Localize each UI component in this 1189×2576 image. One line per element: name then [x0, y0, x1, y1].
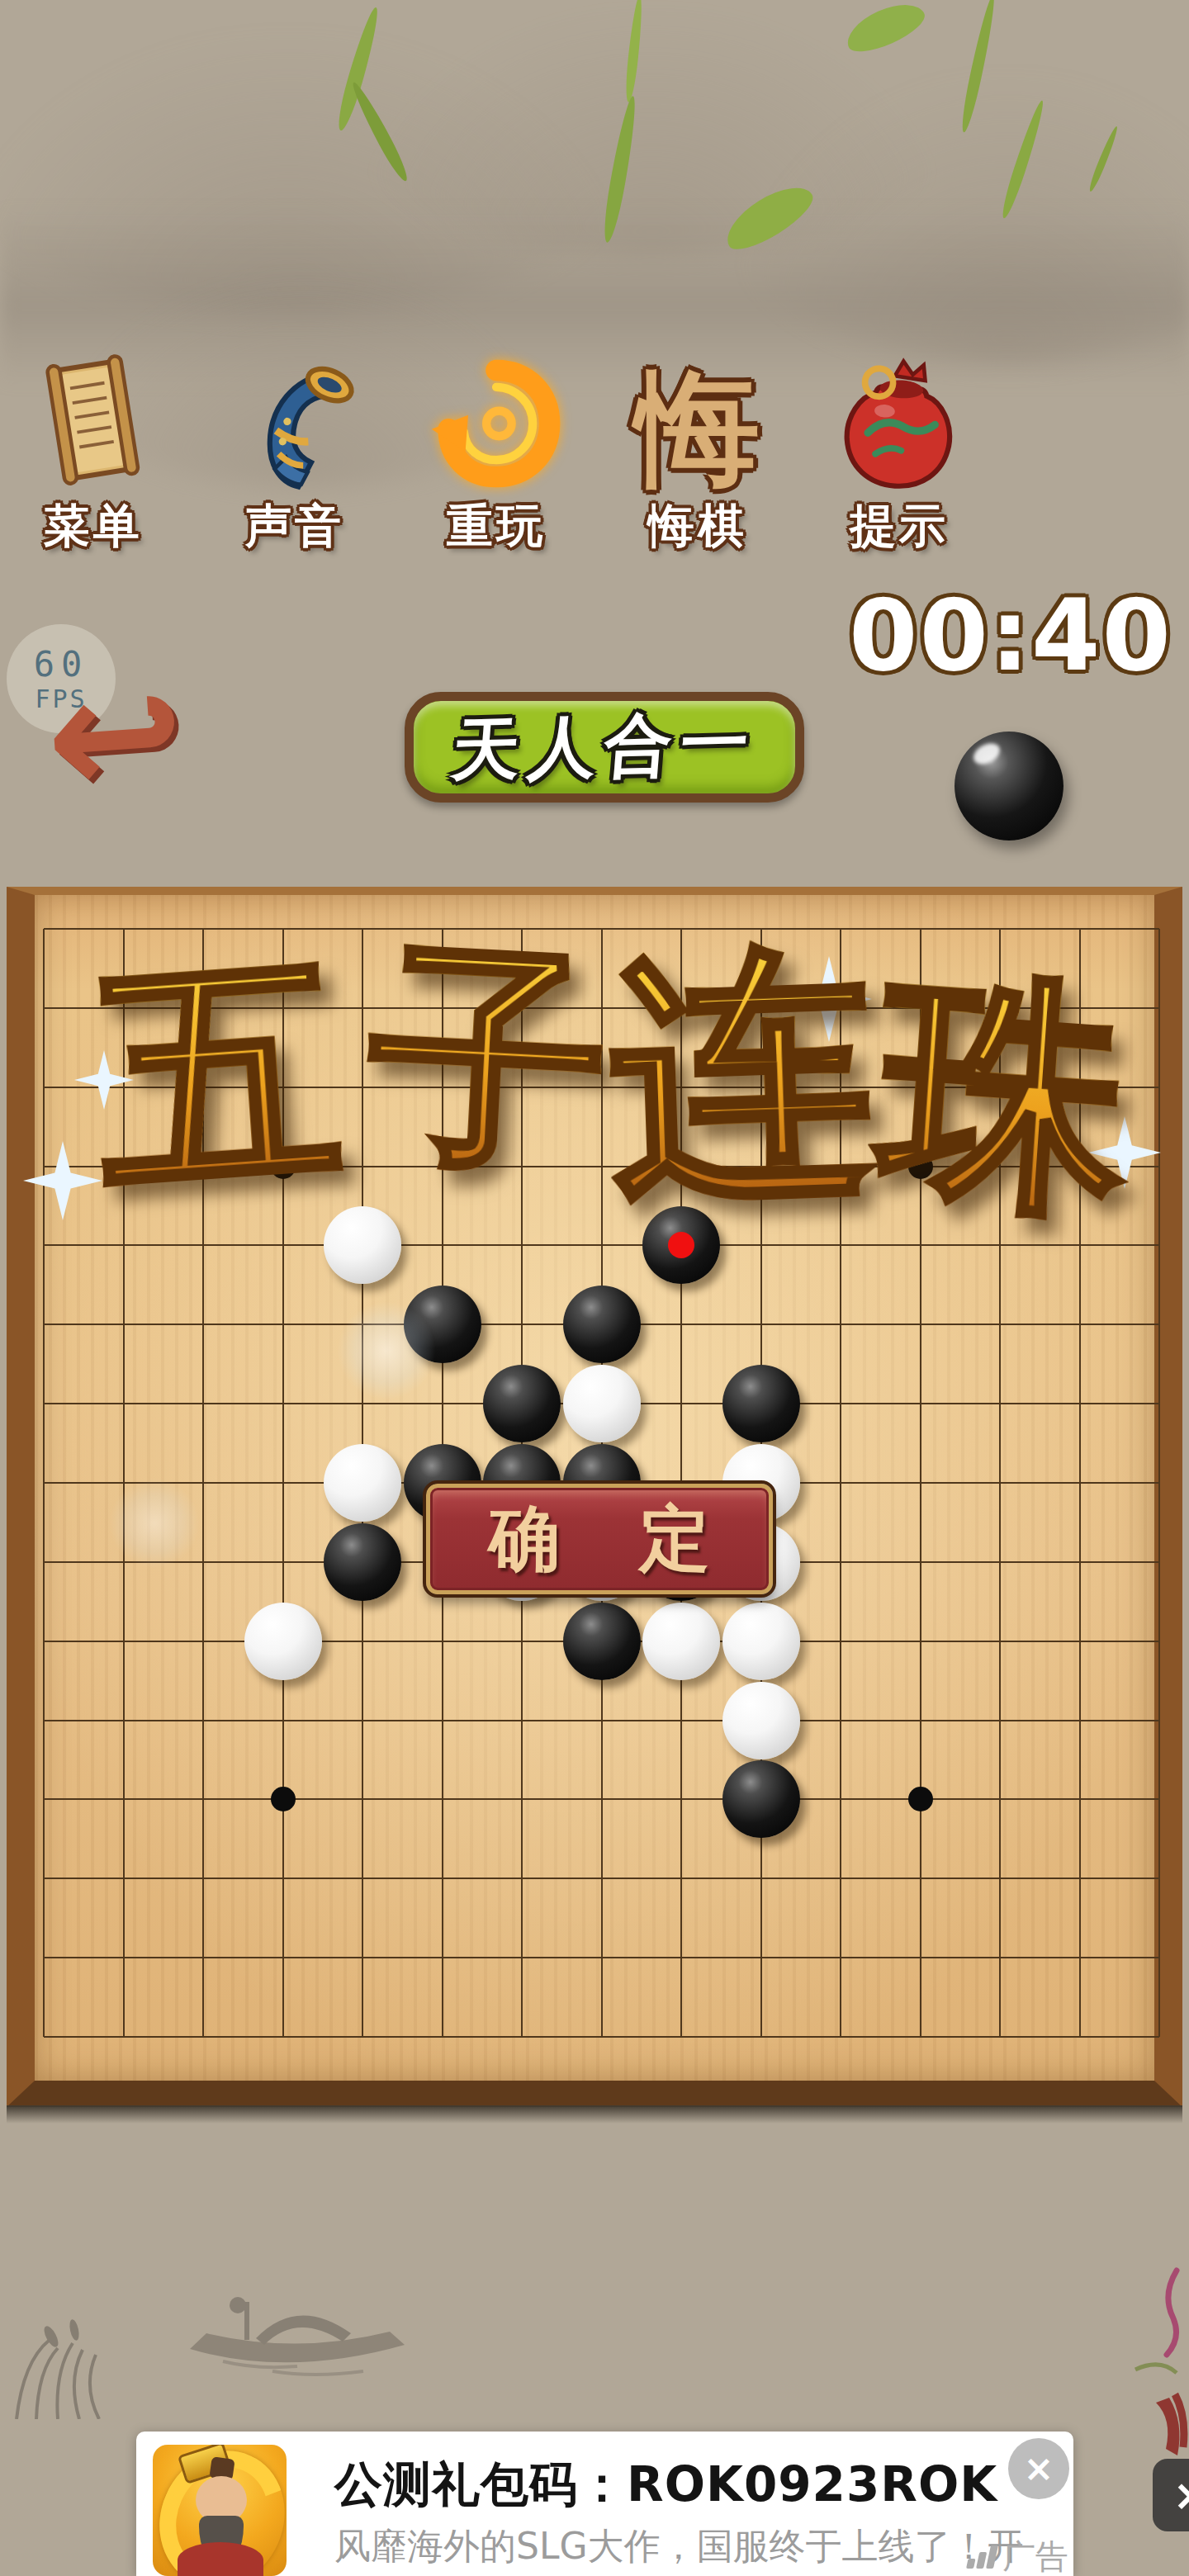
flame-swirl-icon	[410, 347, 583, 494]
black-stone[interactable]	[483, 1365, 561, 1442]
toolbar-label: 悔棋	[611, 495, 784, 558]
mode-button-label: 天人合一	[448, 698, 760, 797]
white-stone[interactable]	[642, 1603, 720, 1680]
toolbar-item-menu[interactable]: 菜单	[7, 347, 180, 558]
ad-icon-robe	[178, 2542, 263, 2576]
game-timer: 00:40	[842, 578, 1172, 687]
title-char: 珠	[865, 957, 1147, 1231]
confirm-char: 确	[489, 1491, 560, 1588]
white-stone[interactable]	[324, 1206, 401, 1284]
ad-corner-close-button[interactable]: ×	[1153, 2459, 1189, 2531]
ad-close-button[interactable]: ×	[1008, 2438, 1069, 2499]
mode-button[interactable]: 天人合一	[405, 692, 804, 803]
black-stone[interactable]	[563, 1603, 641, 1680]
toolbar-label: 重玩	[410, 495, 583, 558]
white-stone[interactable]	[563, 1365, 641, 1442]
bamboo-leaf	[841, 0, 930, 60]
lucky-pouch-icon	[812, 347, 986, 494]
ad-subtitle: 风靡海外的SLG大作，国服终于上线了！开局…	[334, 2522, 1073, 2576]
black-stone[interactable]	[563, 1286, 641, 1363]
black-stone[interactable]	[324, 1523, 401, 1601]
grid-line-horizontal	[44, 2036, 1159, 2038]
grid-line-horizontal	[44, 1798, 1159, 1800]
gomoku-app-screen: { "game": "gomoku (five-in-a-row), 15x15…	[0, 0, 1189, 2576]
grid-line-horizontal	[44, 1878, 1159, 1879]
title-char: 子	[350, 928, 627, 1189]
ink-boat	[173, 2262, 446, 2394]
toolbar-label: 菜单	[7, 495, 180, 558]
title-char: 五	[78, 942, 359, 1208]
toolbar-item-hint[interactable]: 提示	[812, 347, 986, 558]
ad-title: 公测礼包码：ROK0923ROK	[334, 2453, 997, 2517]
confirm-button[interactable]: 确 定	[426, 1484, 773, 1594]
hui-character-icon: 悔	[611, 347, 784, 494]
black-stone[interactable]	[722, 1760, 800, 1838]
title-char: 连	[605, 935, 879, 1209]
sparkle-glow	[109, 1478, 200, 1569]
back-arrow-icon[interactable]: ↩	[19, 646, 212, 832]
grid-line-vertical	[1158, 929, 1160, 2037]
ink-flowers	[1078, 2246, 1189, 2460]
confirm-char: 定	[639, 1491, 710, 1588]
toolbar-item-undo[interactable]: 悔 悔棋	[611, 347, 784, 558]
ad-chart-icon	[966, 2545, 998, 2569]
white-stone[interactable]	[722, 1603, 800, 1680]
ad-banner[interactable]: 公测礼包码：ROK0923ROK 风靡海外的SLG大作，国服终于上线了！开局… …	[136, 2432, 1073, 2576]
toolbar-item-replay[interactable]: 重玩	[410, 347, 583, 558]
grid-line-horizontal	[44, 1957, 1159, 1958]
toolbar-item-sound[interactable]: 声音	[208, 347, 381, 558]
ad-label: 广告	[969, 2534, 1068, 2576]
white-stone[interactable]	[324, 1444, 401, 1522]
toolbar-label: 声音	[208, 495, 381, 558]
white-stone[interactable]	[244, 1603, 322, 1680]
toolbar-label: 提示	[812, 495, 986, 558]
turn-indicator-black-stone	[955, 732, 1063, 841]
black-stone[interactable]	[722, 1365, 800, 1442]
last-move-marker	[668, 1232, 694, 1258]
star-point	[908, 1787, 933, 1811]
grid-line-horizontal	[44, 1720, 1159, 1721]
white-stone[interactable]	[722, 1682, 800, 1759]
star-point	[271, 1787, 296, 1811]
ad-game-icon[interactable]	[153, 2445, 287, 2576]
sparkle-glow	[337, 1301, 436, 1400]
horn-icon	[208, 347, 381, 494]
board-shadow	[7, 2105, 1182, 2124]
scroll-icon	[7, 347, 180, 494]
ink-reeds	[0, 2279, 173, 2419]
